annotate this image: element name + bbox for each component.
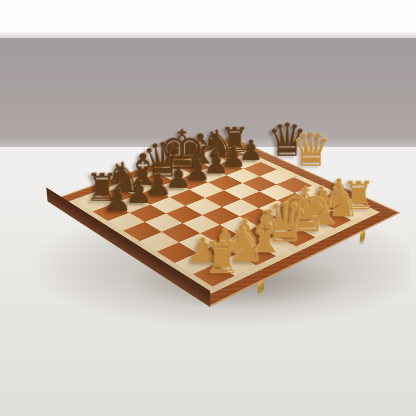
brass-clasp-1 [258,280,264,294]
chess-board: ABCDEFGH ABCDEFGH 87654321 87654321 ♜♞♝♛… [48,137,401,307]
photo-stage: ABCDEFGH ABCDEFGH 87654321 87654321 ♜♞♝♛… [0,0,416,416]
square-c5[interactable] [166,206,203,224]
piece-white-rook-a1[interactable]: ♜ [202,236,241,280]
piece-black-pawn-a7[interactable]: ♟ [103,184,131,216]
scene: ABCDEFGH ABCDEFGH 87654321 87654321 ♜♞♝♛… [0,0,416,416]
spare-white-queen[interactable]: ♛ [290,127,332,173]
brass-clasp-2 [360,230,366,242]
